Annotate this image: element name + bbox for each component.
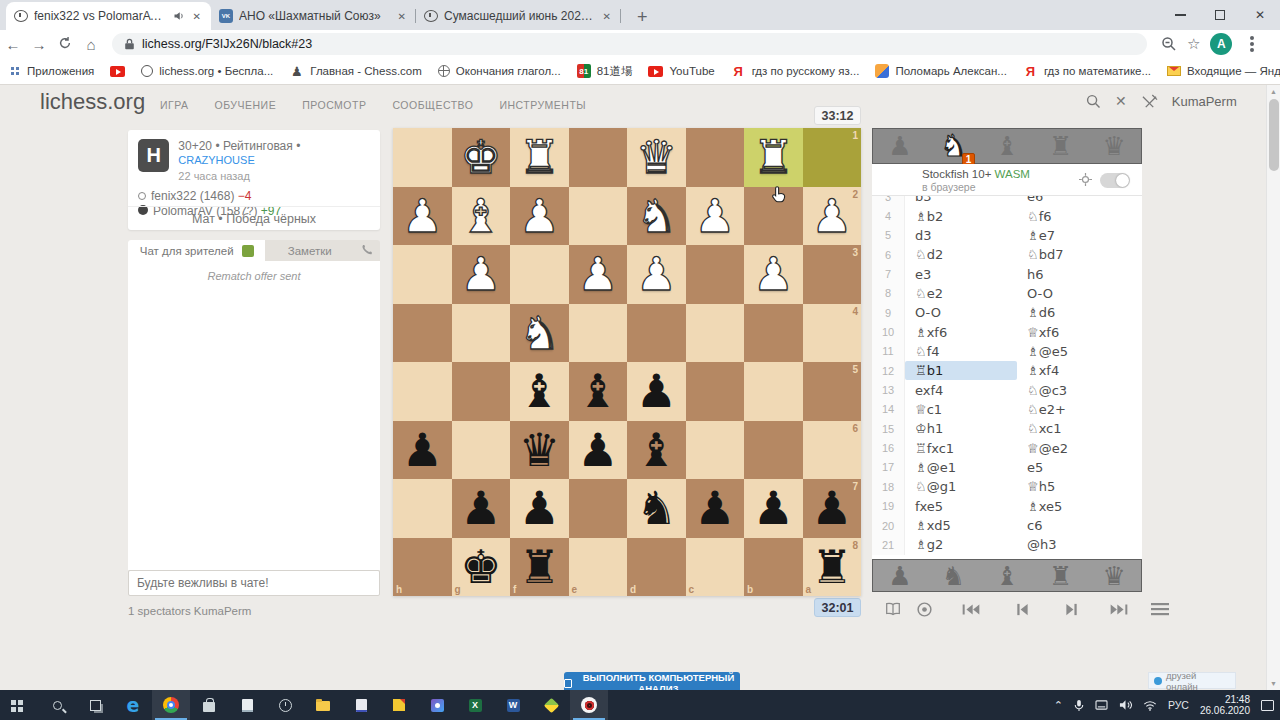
reload-icon: [58, 36, 72, 50]
bishop-piece: ♝: [995, 133, 1018, 159]
board-square-f2[interactable]: ♟: [510, 187, 569, 246]
nav-item-просмотр[interactable]: ПРОСМОТР: [302, 99, 366, 111]
chat-tab-bar: Чат для зрителей Заметки: [128, 240, 380, 261]
zoom-indicator-icon[interactable]: [1161, 36, 1177, 52]
board-square-c3[interactable]: [686, 245, 745, 304]
black-pawn: ♟: [744, 479, 803, 537]
system-tray: ⌃ РУС 21:48 26.06.2020: [1054, 694, 1280, 716]
microphone-icon[interactable]: [1074, 699, 1084, 712]
board-square-f3[interactable]: [510, 245, 569, 304]
ya-icon: Я: [731, 64, 746, 79]
board-square-d4[interactable]: [627, 304, 686, 363]
taskbar-clock-app[interactable]: [266, 690, 304, 720]
board-square-b8[interactable]: b: [744, 538, 803, 597]
profile-avatar[interactable]: A: [1210, 33, 1232, 55]
word-icon: W: [507, 699, 520, 712]
bookmark-item[interactable]: Поломарь Алексан...: [875, 64, 1007, 78]
move-number: 4: [872, 206, 905, 225]
task-view-icon: [90, 700, 101, 711]
tray-expand-icon[interactable]: ⌃: [1054, 699, 1063, 712]
engine-location: в браузере: [922, 181, 976, 193]
board-square-c7[interactable]: ♟: [686, 479, 745, 538]
move-black-20[interactable]: c6: [1017, 516, 1142, 535]
window-controls: ✕: [1160, 0, 1280, 30]
queen-piece: ♛: [1103, 563, 1126, 589]
pocket-knight-white[interactable]: ♞1: [927, 129, 981, 163]
rank-label: 6: [852, 423, 858, 434]
start-icon: [11, 700, 16, 705]
chat-body: Rematch offer sent: [128, 261, 380, 570]
game-info-card: H 30+20 • Рейтинговая • CRAZYHOUSE 22 ча…: [128, 130, 380, 230]
board-square-b1[interactable]: ♜: [744, 128, 803, 187]
move-white-17[interactable]: ♗@e1: [905, 458, 1017, 477]
board-square-h6[interactable]: ♟: [393, 421, 452, 480]
action-center-icon[interactable]: [1261, 700, 1274, 711]
board-square-c5[interactable]: [686, 362, 745, 421]
friends-online-icon: [1154, 677, 1162, 685]
taskbar-clock[interactable]: 21:48 26.06.2020: [1200, 694, 1250, 716]
move-white-19[interactable]: fxe5: [905, 497, 1017, 516]
pocket-rook-white[interactable]: ♜: [1034, 129, 1088, 163]
rank-label: 3: [852, 247, 858, 258]
move-number: 7: [872, 264, 905, 283]
tab-close-button[interactable]: ✕: [601, 9, 613, 24]
board-square-a1[interactable]: 1: [803, 128, 862, 187]
screen: fenix322 vs PolomarAV: A00✕VKАНО «Шахмат…: [0, 0, 1280, 720]
move-black-18[interactable]: ♕h5: [1017, 477, 1142, 496]
black-clock: 32:01: [814, 598, 861, 617]
new-tab-button[interactable]: +: [631, 4, 654, 30]
board-square-d6[interactable]: ♝: [627, 421, 686, 480]
board-square-h8[interactable]: h: [393, 538, 452, 597]
move-number: 17: [872, 458, 905, 477]
move-white-13[interactable]: exf4: [905, 380, 1017, 399]
youtube-icon: [648, 66, 663, 77]
move-number: 18: [872, 477, 905, 496]
tab-notes[interactable]: Заметки: [265, 240, 354, 261]
board-square-c1[interactable]: [686, 128, 745, 187]
tab-title: Сумасшедший июнь 2020 #pG: [444, 9, 595, 23]
lichess-logo[interactable]: lichess.org: [40, 89, 145, 115]
board-square-e3[interactable]: ♟: [569, 245, 628, 304]
white-rook: ♜: [510, 128, 569, 186]
move-black-16[interactable]: ♕@e2: [1017, 438, 1142, 457]
board-square-c2[interactable]: ♟: [686, 187, 745, 246]
move-black-19[interactable]: ♗xe5: [1017, 497, 1142, 516]
nav-item-обучение[interactable]: ОБУЧЕНИЕ: [215, 99, 277, 111]
next-move-button[interactable]: [1065, 602, 1079, 617]
globe-icon: [438, 65, 450, 77]
white-queen: ♛: [627, 128, 686, 186]
nav-item-сообщество[interactable]: СООБЩЕСТВО: [392, 99, 473, 111]
taskbar-excel[interactable]: X: [456, 690, 494, 720]
variant-link[interactable]: CRAZYHOUSE: [178, 154, 254, 166]
board-square-e2[interactable]: [569, 187, 628, 246]
board-square-c6[interactable]: [686, 421, 745, 480]
move-white-20[interactable]: ♗xd5: [905, 516, 1017, 535]
board-square-g4[interactable]: [452, 304, 511, 363]
rank-label: 1: [852, 130, 858, 141]
board-square-h3[interactable]: [393, 245, 452, 304]
move-black-13[interactable]: ♘@c3: [1017, 380, 1142, 399]
bookmark-label: Главная - Chess.com: [310, 65, 422, 77]
chat-input[interactable]: [128, 570, 380, 596]
home-button[interactable]: ⌂: [78, 36, 104, 53]
friends-online-bar[interactable]: друзей онлайн: [1148, 672, 1236, 689]
taskbar-search[interactable]: [38, 690, 76, 720]
file-label: a: [806, 584, 812, 595]
board-square-g5[interactable]: [452, 362, 511, 421]
move-black-8[interactable]: O-O: [1017, 284, 1142, 303]
nav-item-инструменты[interactable]: ИНСТРУМЕНТЫ: [499, 99, 586, 111]
bookmark-item[interactable]: Ягдз по русскому яз...: [731, 64, 860, 79]
board-square-f5[interactable]: ♝: [510, 362, 569, 421]
move-white-5[interactable]: d3: [905, 226, 1017, 245]
rank-label: 4: [852, 306, 858, 317]
move-white-11[interactable]: ♘f4: [905, 342, 1017, 361]
taskbar-word[interactable]: W: [494, 690, 532, 720]
81-icon: 81: [577, 64, 591, 78]
tab-close-button[interactable]: ✕: [191, 9, 203, 24]
game-result-text: Мат • Победа чёрных: [128, 206, 380, 230]
bookmarks-bar: Приложенияlichess.org • Беспла...♟Главна…: [0, 58, 1280, 85]
phone-icon[interactable]: [354, 240, 380, 261]
board-square-a6[interactable]: 6: [803, 421, 862, 480]
white-king: ♚: [452, 128, 511, 186]
taskbar-edge[interactable]: e: [114, 690, 152, 720]
move-black-14[interactable]: ♘e2+: [1017, 400, 1142, 419]
first-move-button[interactable]: [961, 602, 981, 617]
book-icon[interactable]: [884, 601, 902, 617]
taskbar-notes[interactable]: [228, 690, 266, 720]
spectator-chat-label: Чат для зрителей: [140, 245, 234, 257]
previous-move-button[interactable]: [1015, 602, 1029, 617]
board-square-e6[interactable]: ♟: [569, 421, 628, 480]
move-white-16[interactable]: ♖fxc1: [905, 438, 1017, 457]
board-square-d8[interactable]: d: [627, 538, 686, 597]
board-square-e7[interactable]: [569, 479, 628, 538]
photos-icon: [431, 699, 444, 712]
board-square-d2[interactable]: ♞: [627, 187, 686, 246]
bookmark-item[interactable]: YouTube: [648, 65, 714, 77]
board-square-d1[interactable]: ♛: [627, 128, 686, 187]
network-icon[interactable]: [1143, 700, 1157, 711]
bookmark-item[interactable]: ♟Главная - Chess.com: [289, 64, 422, 79]
move-black-7[interactable]: h6: [1017, 264, 1142, 283]
board-square-g7[interactable]: ♟: [452, 479, 511, 538]
move-white-9[interactable]: O-O: [905, 303, 1017, 322]
board-square-f8[interactable]: ♜f: [510, 538, 569, 597]
file-label: b: [747, 584, 753, 595]
white-pawn: ♟: [393, 187, 452, 245]
board-square-a5[interactable]: 5: [803, 362, 862, 421]
white-color-icon: [138, 192, 146, 200]
move-black-5[interactable]: ♗e7: [1017, 226, 1142, 245]
bookmark-star-icon[interactable]: ☆: [1187, 35, 1200, 53]
white-clock: 33:12: [814, 106, 861, 125]
forward-button[interactable]: →: [26, 36, 52, 53]
pocket-queen-black[interactable]: ♛: [1087, 560, 1141, 591]
move-white-10[interactable]: ♗xf6: [905, 322, 1017, 341]
move-black-15[interactable]: ♘xc1: [1017, 419, 1142, 438]
move-number: 5: [872, 226, 905, 245]
board-square-h2[interactable]: ♟: [393, 187, 452, 246]
file-label: e: [572, 584, 578, 595]
move-black-4[interactable]: ♘f6: [1017, 206, 1142, 225]
tab-close-button[interactable]: ✕: [396, 9, 408, 24]
browser-tab[interactable]: VKАНО «Шахматный Союз»✕: [211, 2, 416, 30]
board-square-a3[interactable]: 3: [803, 245, 862, 304]
taskbar-chrome[interactable]: [152, 690, 190, 720]
knight-piece: ♞: [942, 563, 965, 589]
move-black-3[interactable]: e6: [1017, 196, 1142, 206]
bookmark-label: Входящие — Янде...: [1187, 65, 1280, 77]
board-square-g8[interactable]: ♚g: [452, 538, 511, 597]
page-scrollbar[interactable]: ▲ ▼: [1266, 85, 1280, 690]
logged-in-username[interactable]: KumaPerm: [1172, 94, 1237, 109]
challenge-swords-icon[interactable]: [1141, 94, 1158, 109]
chat-toggle[interactable]: [242, 245, 254, 257]
move-white-18[interactable]: ♘@g1: [905, 477, 1017, 496]
move-black-21[interactable]: @h3: [1017, 535, 1142, 554]
move-white-8[interactable]: ♘e2: [905, 284, 1017, 303]
move-number: 6: [872, 245, 905, 264]
browser-tab[interactable]: Сумасшедший июнь 2020 #pG✕: [416, 2, 621, 30]
bookmark-label: гдз по русскому яз...: [752, 65, 860, 77]
board-square-a4[interactable]: 4: [803, 304, 862, 363]
main-nav: ИГРАОБУЧЕНИЕПРОСМОТРСООБЩЕСТВОИНСТРУМЕНТ…: [160, 99, 586, 111]
board-square-h5[interactable]: [393, 362, 452, 421]
mouse-cursor-hand: [770, 185, 789, 206]
white-pawn: ♟: [744, 245, 803, 303]
white-pocket-tray: ♟♞1♝♜♛: [872, 128, 1142, 164]
board-square-b6[interactable]: [744, 421, 803, 480]
move-number: 3: [872, 196, 905, 206]
black-bishop: ♝: [510, 362, 569, 420]
close-icon[interactable]: ✕: [1115, 93, 1127, 109]
black-rook: ♜: [510, 538, 569, 596]
bookmark-item[interactable]: 8181道場: [577, 64, 633, 79]
tab-title: АНО «Шахматный Союз»: [239, 9, 390, 23]
white-knight: ♞: [627, 187, 686, 245]
window-close-button[interactable]: ✕: [1240, 0, 1280, 30]
move-number: 15: [872, 419, 905, 438]
browser-menu-button[interactable]: [1250, 42, 1254, 46]
board-square-e5[interactable]: ♝: [569, 362, 628, 421]
taskbar-date: 26.06.2020: [1200, 705, 1250, 716]
taskbar-file-explorer[interactable]: [304, 690, 342, 720]
bookmark-item[interactable]: [110, 66, 125, 77]
taskbar-yandex-disk[interactable]: [532, 690, 570, 720]
file-label: h: [396, 584, 402, 595]
bookmark-item[interactable]: Входящие — Янде...: [1167, 65, 1280, 77]
taskbar-sticky-notes[interactable]: [380, 690, 418, 720]
keyboard-language[interactable]: РУС: [1168, 699, 1189, 711]
taskbar-photos[interactable]: [418, 690, 456, 720]
move-white-3[interactable]: b3: [905, 196, 1017, 206]
pocket-pawn-black[interactable]: ♟: [873, 560, 927, 591]
speaker-icon[interactable]: [1119, 699, 1132, 711]
notes-icon: [242, 699, 253, 712]
black-bishop: ♝: [627, 421, 686, 479]
taskbar-task-view[interactable]: [76, 690, 114, 720]
nav-item-игра[interactable]: ИГРА: [160, 99, 189, 111]
board-square-b4[interactable]: [744, 304, 803, 363]
white-rook: ♜: [744, 128, 803, 186]
screen-recorder-icon: [581, 697, 597, 713]
move-white-4[interactable]: ♗b2: [905, 206, 1017, 225]
back-button[interactable]: ←: [0, 36, 26, 53]
address-bar: ← → ⌂ lichess.org/F3IJx26N/black#23 ☆ A: [0, 30, 1280, 58]
pocket-rook-black[interactable]: ♜: [1034, 560, 1088, 591]
bookmark-label: YouTube: [669, 65, 714, 77]
board-square-e4[interactable]: [569, 304, 628, 363]
spectators-line: 1 spectators KumaPerm: [128, 605, 251, 617]
board-square-e8[interactable]: e: [569, 538, 628, 597]
board-square-f7[interactable]: ♟: [510, 479, 569, 538]
tab-spectator-chat[interactable]: Чат для зрителей: [128, 240, 265, 261]
board-square-g2[interactable]: ♝: [452, 187, 511, 246]
bookmark-item[interactable]: Окончания глагол...: [438, 65, 561, 77]
board-square-a2[interactable]: ♟2: [803, 187, 862, 246]
taskbar-start[interactable]: [0, 690, 38, 720]
black-pawn: ♟: [569, 421, 628, 479]
board-square-b3[interactable]: ♟: [744, 245, 803, 304]
move-white-7[interactable]: e3: [905, 264, 1017, 283]
move-black-11[interactable]: ♗@e5: [1017, 342, 1142, 361]
black-pawn: ♟: [510, 479, 569, 537]
board-square-h1[interactable]: [393, 128, 452, 187]
move-black-17[interactable]: e5: [1017, 458, 1142, 477]
board-square-h4[interactable]: [393, 304, 452, 363]
scroll-down-arrow[interactable]: ▼: [1270, 680, 1277, 687]
pocket-bishop-white[interactable]: ♝: [980, 129, 1034, 163]
move-number: 10: [872, 322, 905, 341]
pocket-queen-white[interactable]: ♛: [1087, 129, 1141, 163]
taskbar-screen-recorder[interactable]: [570, 690, 608, 720]
move-number: 11: [872, 342, 905, 361]
board-square-e1[interactable]: [569, 128, 628, 187]
board-square-f1[interactable]: ♜: [510, 128, 569, 187]
bookmark-label: lichess.org • Беспла...: [159, 65, 273, 77]
scrollbar-thumb[interactable]: [1269, 99, 1279, 171]
board-square-b5[interactable]: [744, 362, 803, 421]
menu-hamburger-icon[interactable]: [1151, 602, 1169, 616]
board-square-b7[interactable]: ♟: [744, 479, 803, 538]
white-player-row[interactable]: fenix322 (1468) −4: [138, 189, 370, 204]
move-number: 12: [872, 361, 905, 380]
board-square-c8[interactable]: c: [686, 538, 745, 597]
engine-panel: Stockfish 10+ WASM в браузере: [872, 164, 1142, 196]
board-square-h7[interactable]: [393, 479, 452, 538]
bookmark-item[interactable]: lichess.org • Беспла...: [141, 65, 273, 77]
move-number: 14: [872, 400, 905, 419]
black-knight: ♞: [627, 479, 686, 537]
taskbar-time: 21:48: [1200, 694, 1250, 705]
edge-icon: e: [127, 696, 140, 715]
black-pocket-tray: ♟♞♝♜♛: [872, 559, 1142, 592]
url-box[interactable]: lichess.org/F3IJx26N/black#23: [112, 33, 1147, 55]
bookmark-item[interactable]: Ягдз по математике...: [1023, 64, 1151, 79]
move-black-6[interactable]: ♘bd7: [1017, 245, 1142, 264]
file-label: c: [689, 584, 695, 595]
move-white-15[interactable]: ♔h1: [905, 419, 1017, 438]
chess-board[interactable]: ♚♜♛♜1♟♝♟♞♟♟2♟♟♟♟3♞4♝♝♟5♟♛♟♝6♟♟♞♟♟♟7h♚g♜f…: [393, 128, 861, 596]
pocket-bishop-black[interactable]: ♝: [980, 560, 1034, 591]
bookmark-label: Поломарь Алексан...: [895, 65, 1007, 77]
board-square-a8[interactable]: ♜8a: [803, 538, 862, 597]
move-black-12[interactable]: ♗xf4: [1017, 361, 1142, 380]
move-black-9[interactable]: ♗d6: [1017, 303, 1142, 322]
black-bishop: ♝: [569, 362, 628, 420]
rook-piece: ♜: [1049, 133, 1072, 159]
move-white-14[interactable]: ♕c1: [905, 400, 1017, 419]
board-square-d3[interactable]: ♟: [627, 245, 686, 304]
board-square-d5[interactable]: ♟: [627, 362, 686, 421]
bookmark-label: гдз по математике...: [1044, 65, 1151, 77]
analysis-chip-icon: [564, 679, 572, 688]
scroll-up-arrow[interactable]: ▲: [1270, 88, 1277, 95]
bishop-piece: ♝: [995, 563, 1018, 589]
search-icon[interactable]: [1086, 94, 1101, 109]
rank-label: 5: [852, 364, 858, 375]
board-square-f6[interactable]: ♛: [510, 421, 569, 480]
board-square-c4[interactable]: [686, 304, 745, 363]
window-maximize-button[interactable]: [1200, 0, 1240, 30]
clock-icon: [141, 65, 153, 77]
keyboard-icon[interactable]: [1095, 700, 1108, 711]
notes-label: Заметки: [288, 245, 332, 257]
vk-favicon: VK: [219, 9, 233, 23]
pawn-piece: ♟: [888, 133, 911, 159]
target-icon[interactable]: [916, 601, 933, 618]
move-white-6[interactable]: ♘d2: [905, 245, 1017, 264]
game-time-ago: 22 часа назад: [178, 170, 370, 182]
pocket-pawn-white[interactable]: ♟: [873, 129, 927, 163]
board-square-f4[interactable]: ♞: [510, 304, 569, 363]
window-minimize-button[interactable]: [1160, 0, 1200, 30]
tab-title: fenix322 vs PolomarAV: A00: [34, 9, 167, 23]
rank-label: 8: [852, 540, 858, 551]
engine-focus-icon[interactable]: [1079, 173, 1092, 186]
floppy-app-icon: [356, 699, 367, 712]
file-explorer-icon: [316, 701, 330, 711]
bookmark-item[interactable]: Приложения: [10, 65, 94, 77]
pocket-knight-black[interactable]: ♞: [927, 560, 981, 591]
move-white-12[interactable]: ♖b1: [905, 361, 1017, 380]
excel-icon: X: [469, 699, 482, 712]
board-square-g1[interactable]: ♚: [452, 128, 511, 187]
board-square-g6[interactable]: [452, 421, 511, 480]
browser-tab[interactable]: fenix322 vs PolomarAV: A00✕: [6, 2, 211, 30]
move-number: 19: [872, 497, 905, 516]
move-number: 16: [872, 438, 905, 457]
reload-button[interactable]: [52, 36, 78, 53]
taskbar-store[interactable]: [190, 690, 228, 720]
move-white-21[interactable]: ♗g2: [905, 535, 1017, 554]
board-square-g3[interactable]: ♟: [452, 245, 511, 304]
board-square-a7[interactable]: ♟7: [803, 479, 862, 538]
engine-name: Stockfish 10+: [922, 168, 991, 180]
white-bishop: ♝: [452, 187, 511, 245]
last-move-button[interactable]: [1109, 602, 1129, 617]
board-square-d7[interactable]: ♞: [627, 479, 686, 538]
mail-icon: [1167, 66, 1181, 76]
black-pawn: ♟: [393, 421, 452, 479]
move-black-10[interactable]: ♕xf6: [1017, 322, 1142, 341]
taskbar-floppy-app[interactable]: [342, 690, 380, 720]
engine-toggle[interactable]: [1100, 173, 1130, 188]
